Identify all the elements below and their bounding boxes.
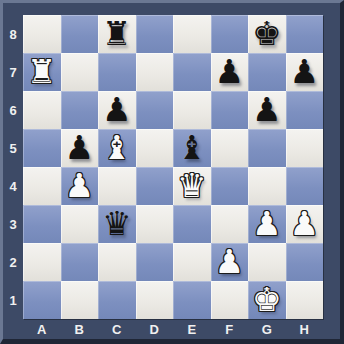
board-frame: 87654321 ♜♚♜♟♟♟♟♟♝♝♟♛♛♟♟♟♚ ABCDEFGH [0,0,344,344]
square-b3[interactable] [61,205,99,243]
square-e6[interactable] [173,91,211,129]
square-h6[interactable] [286,91,324,129]
square-e7[interactable] [173,53,211,91]
white-queen-e4[interactable]: ♛ [177,169,207,202]
square-e8[interactable] [173,15,211,53]
square-e4[interactable]: ♛ [173,167,211,205]
square-c4[interactable] [98,167,136,205]
rank-label-1: 1 [3,281,23,319]
square-h8[interactable] [286,15,324,53]
square-b2[interactable] [61,243,99,281]
square-g8[interactable]: ♚ [248,15,286,53]
square-c6[interactable]: ♟ [98,91,136,129]
file-label-a: A [23,319,61,339]
square-a3[interactable] [23,205,61,243]
square-a1[interactable] [23,281,61,319]
black-pawn-g6[interactable]: ♟ [252,93,282,126]
square-b4[interactable]: ♟ [61,167,99,205]
chess-board: ♜♚♜♟♟♟♟♟♝♝♟♛♛♟♟♟♚ [23,15,323,319]
square-a6[interactable] [23,91,61,129]
square-b7[interactable] [61,53,99,91]
file-label-d: D [136,319,174,339]
square-a7[interactable]: ♜ [23,53,61,91]
square-f2[interactable]: ♟ [211,243,249,281]
white-pawn-h3[interactable]: ♟ [289,207,319,240]
square-f1[interactable] [211,281,249,319]
square-c8[interactable]: ♜ [98,15,136,53]
square-c1[interactable] [98,281,136,319]
black-rook-c8[interactable]: ♜ [102,17,132,50]
square-a4[interactable] [23,167,61,205]
square-d7[interactable] [136,53,174,91]
square-c2[interactable] [98,243,136,281]
white-bishop-c5[interactable]: ♝ [102,131,132,164]
square-d6[interactable] [136,91,174,129]
file-label-b: B [61,319,99,339]
square-g1[interactable]: ♚ [248,281,286,319]
square-b5[interactable]: ♟ [61,129,99,167]
black-pawn-f7[interactable]: ♟ [214,55,244,88]
white-pawn-g3[interactable]: ♟ [252,207,282,240]
square-c3[interactable]: ♛ [98,205,136,243]
square-h7[interactable]: ♟ [286,53,324,91]
square-f4[interactable] [211,167,249,205]
rank-label-5: 5 [3,129,23,167]
square-h3[interactable]: ♟ [286,205,324,243]
file-label-c: C [98,319,136,339]
square-a8[interactable] [23,15,61,53]
square-f8[interactable] [211,15,249,53]
square-b6[interactable] [61,91,99,129]
square-g2[interactable] [248,243,286,281]
square-d2[interactable] [136,243,174,281]
black-pawn-h7[interactable]: ♟ [289,55,319,88]
square-d1[interactable] [136,281,174,319]
square-e5[interactable]: ♝ [173,129,211,167]
square-b8[interactable] [61,15,99,53]
white-king-g1[interactable]: ♚ [252,283,282,316]
square-f7[interactable]: ♟ [211,53,249,91]
rank-label-6: 6 [3,91,23,129]
square-a2[interactable] [23,243,61,281]
white-rook-a7[interactable]: ♜ [27,55,57,88]
white-pawn-b4[interactable]: ♟ [64,169,94,202]
black-bishop-e5[interactable]: ♝ [177,131,207,164]
square-g7[interactable] [248,53,286,91]
file-label-e: E [173,319,211,339]
black-king-g8[interactable]: ♚ [252,17,282,50]
rank-label-2: 2 [3,243,23,281]
file-label-g: G [248,319,286,339]
rank-label-4: 4 [3,167,23,205]
square-e3[interactable] [173,205,211,243]
square-g4[interactable] [248,167,286,205]
square-g5[interactable] [248,129,286,167]
square-d4[interactable] [136,167,174,205]
square-g3[interactable]: ♟ [248,205,286,243]
rank-label-8: 8 [3,15,23,53]
square-e2[interactable] [173,243,211,281]
file-label-f: F [211,319,249,339]
square-h2[interactable] [286,243,324,281]
square-h5[interactable] [286,129,324,167]
rank-label-7: 7 [3,53,23,91]
square-e1[interactable] [173,281,211,319]
square-d3[interactable] [136,205,174,243]
square-c7[interactable] [98,53,136,91]
rank-labels: 87654321 [3,15,23,319]
file-label-h: H [286,319,324,339]
black-pawn-b5[interactable]: ♟ [64,131,94,164]
square-f5[interactable] [211,129,249,167]
black-pawn-c6[interactable]: ♟ [102,93,132,126]
file-labels: ABCDEFGH [23,319,323,339]
square-g6[interactable]: ♟ [248,91,286,129]
square-c5[interactable]: ♝ [98,129,136,167]
white-pawn-f2[interactable]: ♟ [214,245,244,278]
square-h1[interactable] [286,281,324,319]
black-queen-c3[interactable]: ♛ [102,207,132,240]
rank-label-3: 3 [3,205,23,243]
square-d8[interactable] [136,15,174,53]
square-a5[interactable] [23,129,61,167]
square-f6[interactable] [211,91,249,129]
square-d5[interactable] [136,129,174,167]
square-f3[interactable] [211,205,249,243]
square-h4[interactable] [286,167,324,205]
square-b1[interactable] [61,281,99,319]
